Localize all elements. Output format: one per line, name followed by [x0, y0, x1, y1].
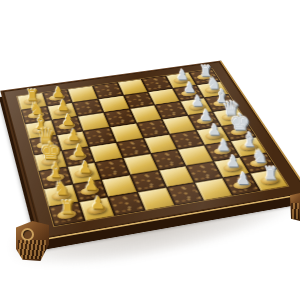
square-b2: ♟	[47, 103, 77, 120]
piece-base	[74, 169, 94, 179]
piece-base	[259, 175, 280, 185]
square-f7: ♟	[205, 141, 240, 160]
piece-base	[40, 157, 59, 166]
piece-base	[204, 86, 222, 93]
piece-base	[172, 77, 190, 84]
piece-base	[239, 143, 259, 152]
piece-base	[179, 89, 197, 96]
board-foot-right	[290, 193, 300, 221]
piece-base	[45, 173, 65, 183]
piece-base	[187, 103, 206, 111]
piece-base	[249, 159, 270, 168]
piece-gold-king-e1: ♚	[20, 139, 81, 163]
square-e7: ♟	[196, 126, 230, 145]
square-d2: ♟	[57, 131, 89, 150]
board-grid: ♜♟♟♜♞♟♟♞♝♟♟♝♛♟♟♛♚♟♟♚♝♟♟♝♞♟♟♞♜♟♟♜	[16, 69, 289, 227]
piece-base	[27, 111, 45, 119]
piece-base	[220, 113, 239, 121]
square-f2: ♟	[67, 163, 100, 184]
piece-base	[229, 127, 249, 135]
square-e4	[117, 138, 150, 157]
piece-base	[31, 126, 49, 134]
square-h1: ♜	[49, 203, 84, 227]
square-d3	[84, 127, 116, 146]
piece-base	[23, 98, 41, 106]
piece-base	[50, 191, 71, 201]
piece-base	[203, 131, 223, 140]
square-h2: ♟	[79, 198, 114, 221]
piece-base	[212, 99, 231, 107]
piece-base	[36, 141, 55, 150]
piece-base	[196, 73, 214, 80]
piece-base	[221, 163, 242, 172]
piece-base	[212, 147, 232, 156]
piece-base	[231, 180, 252, 190]
piece-base	[63, 137, 82, 146]
piece-base	[53, 108, 71, 116]
piece-base	[195, 117, 214, 125]
piece-base	[80, 186, 101, 196]
piece-base	[56, 209, 77, 220]
piece-base	[48, 94, 66, 102]
piece-base	[86, 204, 107, 215]
product-photo-chess-set: ♜♟♟♜♞♟♟♞♝♟♟♝♛♟♟♛♚♟♟♚♝♟♟♝♞♟♟♞♜♟♟♜	[0, 0, 300, 300]
square-f1: ♝	[39, 167, 72, 188]
piece-base	[68, 152, 87, 161]
piece-base	[58, 122, 76, 130]
square-e2: ♟	[62, 147, 94, 167]
